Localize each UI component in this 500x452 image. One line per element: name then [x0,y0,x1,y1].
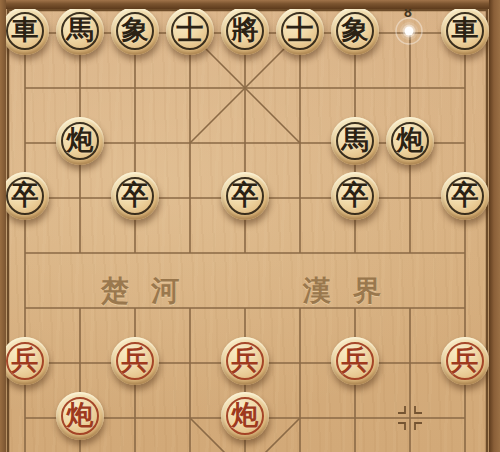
piece-red-soldier[interactable]: 兵 [111,337,159,385]
board-frame-top [0,0,500,9]
piece-glyph: 將 [232,17,259,44]
piece-glyph: 兵 [342,347,369,374]
piece-glyph: 炮 [397,127,424,154]
piece-black-elephant[interactable]: 象 [331,7,379,55]
piece-glyph: 炮 [67,127,94,154]
piece-black-advisor[interactable]: 士 [276,7,324,55]
piece-black-horse[interactable]: 馬 [56,7,104,55]
river-label-han-jie: 漢界 [303,272,403,310]
piece-black-soldier[interactable]: 卒 [221,172,269,220]
piece-red-soldier[interactable]: 兵 [1,337,49,385]
piece-black-elephant[interactable]: 象 [111,7,159,55]
piece-black-horse[interactable]: 馬 [331,117,379,165]
grid-inner-vertical-lines [80,33,410,452]
piece-black-soldier[interactable]: 卒 [331,172,379,220]
piece-glyph: 象 [342,17,369,44]
last-move-origin-glow [396,18,422,44]
piece-black-soldier[interactable]: 卒 [441,172,489,220]
board-frame-left [0,0,6,452]
piece-glyph: 卒 [12,182,39,209]
piece-red-soldier[interactable]: 兵 [441,337,489,385]
piece-glyph: 馬 [342,127,369,154]
piece-glyph: 兵 [232,347,259,374]
piece-black-chariot[interactable]: 車 [1,7,49,55]
piece-glyph: 兵 [122,347,149,374]
board-frame-right [489,0,500,452]
piece-black-cannon[interactable]: 炮 [56,117,104,165]
piece-black-advisor[interactable]: 士 [166,7,214,55]
piece-glyph: 象 [122,17,149,44]
river-label-chu-he: 楚河 [101,272,201,310]
piece-glyph: 炮 [232,402,259,429]
piece-glyph: 卒 [232,182,259,209]
piece-glyph: 車 [12,17,39,44]
piece-red-soldier[interactable]: 兵 [331,337,379,385]
piece-glyph: 兵 [452,347,479,374]
piece-glyph: 車 [452,17,479,44]
piece-black-chariot[interactable]: 車 [441,7,489,55]
piece-red-cannon[interactable]: 炮 [56,392,104,440]
piece-glyph: 炮 [67,402,94,429]
piece-red-cannon[interactable]: 炮 [221,392,269,440]
piece-black-soldier[interactable]: 卒 [111,172,159,220]
piece-black-cannon[interactable]: 炮 [386,117,434,165]
piece-glyph: 兵 [12,347,39,374]
piece-glyph: 卒 [342,182,369,209]
piece-glyph: 士 [287,17,314,44]
piece-red-soldier[interactable]: 兵 [221,337,269,385]
piece-glyph: 卒 [122,182,149,209]
piece-black-general[interactable]: 將 [221,7,269,55]
piece-glyph: 士 [177,17,204,44]
piece-glyph: 卒 [452,182,479,209]
piece-black-soldier[interactable]: 卒 [1,172,49,220]
piece-glyph: 馬 [67,17,94,44]
xiangqi-app: 楚河 漢界 8 車馬象士將士象車炮馬炮卒卒卒卒卒兵兵兵兵兵炮炮 [0,0,500,452]
